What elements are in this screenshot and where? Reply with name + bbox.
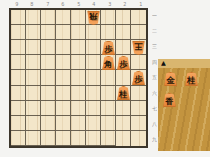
piece-kanji: 王 bbox=[134, 41, 142, 52]
square-1-1[interactable] bbox=[131, 10, 146, 25]
square-8-1[interactable] bbox=[26, 10, 41, 25]
rank-label-1: 一 bbox=[152, 11, 157, 20]
square-8-9[interactable] bbox=[26, 131, 41, 146]
square-7-3[interactable] bbox=[41, 40, 56, 55]
square-1-9[interactable] bbox=[131, 131, 146, 146]
piece-kanji: 香 bbox=[165, 95, 173, 106]
file-label-7: 7 bbox=[43, 2, 51, 6]
square-5-1[interactable] bbox=[71, 10, 86, 25]
square-2-7[interactable] bbox=[116, 101, 131, 116]
rank-label-2: 二 bbox=[152, 27, 157, 36]
square-7-7[interactable] bbox=[41, 101, 56, 116]
square-7-8[interactable] bbox=[41, 116, 56, 131]
square-1-2[interactable] bbox=[131, 25, 146, 40]
square-8-6[interactable] bbox=[26, 86, 41, 101]
square-5-5[interactable] bbox=[71, 70, 86, 85]
board-grid: 飛王歩角歩歩桂 bbox=[9, 8, 148, 148]
square-3-9[interactable] bbox=[101, 131, 116, 146]
file-label-2: 2 bbox=[121, 2, 129, 6]
square-7-4[interactable] bbox=[41, 55, 56, 70]
komadai-sente: ▲ 金桂香 bbox=[158, 59, 210, 151]
square-9-3[interactable] bbox=[11, 40, 26, 55]
square-7-9[interactable] bbox=[41, 131, 56, 146]
square-8-2[interactable] bbox=[26, 25, 41, 40]
square-4-3[interactable] bbox=[86, 40, 101, 55]
square-4-7[interactable] bbox=[86, 101, 101, 116]
square-4-2[interactable] bbox=[86, 25, 101, 40]
rank-label-8: 八 bbox=[152, 120, 157, 129]
square-5-8[interactable] bbox=[71, 116, 86, 131]
square-4-4[interactable] bbox=[86, 55, 101, 70]
hand-piece-sente-香[interactable]: 香 bbox=[163, 93, 176, 107]
piece-kanji: 歩 bbox=[104, 43, 112, 54]
rank-label-5: 五 bbox=[152, 74, 157, 83]
square-3-7[interactable] bbox=[101, 101, 116, 116]
square-5-2[interactable] bbox=[71, 25, 86, 40]
square-7-6[interactable] bbox=[41, 86, 56, 101]
file-label-6: 6 bbox=[59, 2, 67, 6]
square-6-7[interactable] bbox=[56, 101, 71, 116]
square-2-5[interactable] bbox=[116, 70, 131, 85]
square-4-6[interactable] bbox=[86, 86, 101, 101]
square-5-4[interactable] bbox=[71, 55, 86, 70]
square-5-9[interactable] bbox=[71, 131, 86, 146]
square-9-4[interactable] bbox=[11, 55, 26, 70]
square-3-2[interactable] bbox=[101, 25, 116, 40]
piece-kanji: 桂 bbox=[187, 74, 195, 85]
shogi-board: 飛王歩角歩歩桂 bbox=[9, 8, 148, 148]
square-7-5[interactable] bbox=[41, 70, 56, 85]
file-label-5: 5 bbox=[74, 2, 82, 6]
square-8-4[interactable] bbox=[26, 55, 41, 70]
square-6-3[interactable] bbox=[56, 40, 71, 55]
square-1-4[interactable] bbox=[131, 55, 146, 70]
square-8-7[interactable] bbox=[26, 101, 41, 116]
square-3-1[interactable] bbox=[101, 10, 116, 25]
square-2-2[interactable] bbox=[116, 25, 131, 40]
square-5-6[interactable] bbox=[71, 86, 86, 101]
square-6-6[interactable] bbox=[56, 86, 71, 101]
piece-kanji: 角 bbox=[104, 58, 112, 69]
file-label-1: 1 bbox=[136, 2, 144, 6]
square-5-7[interactable] bbox=[71, 101, 86, 116]
piece-kanji: 桂 bbox=[119, 89, 127, 100]
sente-turn-marker: ▲ bbox=[161, 60, 166, 66]
piece-kanji: 金 bbox=[166, 74, 174, 85]
square-9-5[interactable] bbox=[11, 70, 26, 85]
square-6-8[interactable] bbox=[56, 116, 71, 131]
rank-labels: 一二三四五六七八九 bbox=[150, 8, 158, 148]
square-6-5[interactable] bbox=[56, 70, 71, 85]
square-6-9[interactable] bbox=[56, 131, 71, 146]
square-2-8[interactable] bbox=[116, 116, 131, 131]
square-1-7[interactable] bbox=[131, 101, 146, 116]
square-9-9[interactable] bbox=[11, 131, 26, 146]
square-9-1[interactable] bbox=[11, 10, 26, 25]
square-1-6[interactable] bbox=[131, 86, 146, 101]
square-7-2[interactable] bbox=[41, 25, 56, 40]
file-labels: 987654321 bbox=[9, 0, 148, 8]
square-6-4[interactable] bbox=[56, 55, 71, 70]
file-label-4: 4 bbox=[90, 2, 98, 6]
file-label-9: 9 bbox=[12, 2, 20, 6]
square-9-2[interactable] bbox=[11, 25, 26, 40]
square-6-1[interactable] bbox=[56, 10, 71, 25]
square-3-8[interactable] bbox=[101, 116, 116, 131]
square-3-5[interactable] bbox=[101, 70, 116, 85]
square-4-8[interactable] bbox=[86, 116, 101, 131]
file-label-3: 3 bbox=[105, 2, 113, 6]
hand-piece-sente-桂[interactable]: 桂 bbox=[185, 72, 198, 86]
rank-label-6: 六 bbox=[152, 89, 157, 98]
piece-kanji: 飛 bbox=[89, 11, 97, 22]
rank-label-3: 三 bbox=[152, 43, 157, 52]
square-9-7[interactable] bbox=[11, 101, 26, 116]
square-2-3[interactable] bbox=[116, 40, 131, 55]
square-6-2[interactable] bbox=[56, 25, 71, 40]
piece-kanji: 歩 bbox=[134, 73, 142, 84]
komadai-header-strip: ▲ bbox=[158, 59, 210, 68]
rank-label-7: 七 bbox=[152, 105, 157, 114]
square-2-1[interactable] bbox=[116, 10, 131, 25]
square-2-9[interactable] bbox=[116, 131, 131, 146]
square-8-3[interactable] bbox=[26, 40, 41, 55]
square-9-8[interactable] bbox=[11, 116, 26, 131]
square-4-5[interactable] bbox=[86, 70, 101, 85]
hand-piece-sente-金[interactable]: 金 bbox=[164, 72, 177, 86]
piece-kanji: 歩 bbox=[119, 58, 127, 69]
rank-label-4: 四 bbox=[152, 58, 157, 67]
square-4-9[interactable] bbox=[86, 131, 101, 146]
square-3-6[interactable] bbox=[101, 86, 116, 101]
rank-label-9: 九 bbox=[152, 136, 157, 145]
square-8-5[interactable] bbox=[26, 70, 41, 85]
file-label-8: 8 bbox=[28, 2, 36, 6]
square-7-1[interactable] bbox=[41, 10, 56, 25]
square-8-8[interactable] bbox=[26, 116, 41, 131]
square-1-8[interactable] bbox=[131, 116, 146, 131]
square-5-3[interactable] bbox=[71, 40, 86, 55]
piece-gote-4一[interactable]: 飛 bbox=[87, 11, 100, 25]
square-9-6[interactable] bbox=[11, 86, 26, 101]
